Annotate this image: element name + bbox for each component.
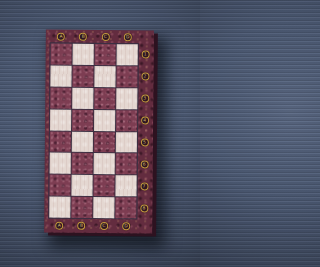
file-top-medallion-c: C bbox=[101, 33, 109, 41]
file-bottom-cell-c: C bbox=[93, 220, 115, 232]
rank-cell-5: 5 bbox=[138, 131, 151, 153]
file-labels-bottom: ABCD bbox=[48, 220, 137, 233]
rank-cell-2: 2 bbox=[138, 65, 151, 87]
square-b3 bbox=[72, 88, 93, 109]
square-d4 bbox=[116, 110, 137, 131]
rank-cell-7: 7 bbox=[137, 175, 150, 197]
file-top-cell-d: D bbox=[117, 31, 139, 43]
file-labels-top: ABCD bbox=[50, 31, 139, 44]
square-b2 bbox=[72, 66, 93, 87]
file-top-medallion-d: D bbox=[124, 33, 132, 41]
square-a1 bbox=[51, 44, 72, 65]
rank-medallion-6: 6 bbox=[140, 160, 148, 168]
rank-cell-4: 4 bbox=[138, 109, 151, 131]
file-top-cell-a: A bbox=[50, 31, 72, 43]
rank-medallion-2: 2 bbox=[141, 72, 149, 80]
rank-medallion-4: 4 bbox=[141, 116, 149, 124]
square-c7 bbox=[93, 175, 114, 196]
square-b4 bbox=[72, 109, 93, 130]
square-d3 bbox=[116, 88, 137, 109]
square-a7 bbox=[49, 175, 70, 196]
square-d1 bbox=[117, 44, 138, 65]
square-a5 bbox=[50, 131, 71, 152]
square-a8 bbox=[49, 197, 70, 218]
square-c2 bbox=[94, 66, 115, 87]
file-top-medallion-a: A bbox=[57, 33, 65, 41]
square-a3 bbox=[50, 87, 71, 108]
square-b6 bbox=[72, 153, 93, 174]
file-bottom-cell-a: A bbox=[48, 220, 70, 232]
square-c4 bbox=[94, 110, 115, 131]
square-a6 bbox=[50, 153, 71, 174]
square-d7 bbox=[115, 175, 136, 196]
square-c6 bbox=[94, 153, 115, 174]
board-grid bbox=[48, 43, 139, 220]
file-bottom-cell-d: D bbox=[115, 220, 137, 232]
square-c1 bbox=[95, 44, 116, 65]
square-a2 bbox=[50, 65, 71, 86]
file-bottom-cell-b: B bbox=[70, 220, 92, 232]
rank-cell-3: 3 bbox=[138, 87, 151, 109]
square-b1 bbox=[73, 44, 94, 65]
file-bottom-medallion-d: D bbox=[122, 222, 130, 230]
square-b7 bbox=[71, 175, 92, 196]
rank-cell-6: 6 bbox=[138, 153, 151, 175]
square-b5 bbox=[72, 131, 93, 152]
rank-medallion-8: 8 bbox=[140, 204, 148, 212]
rank-cell-1: 1 bbox=[139, 43, 152, 65]
square-b8 bbox=[71, 197, 92, 218]
square-d2 bbox=[116, 66, 137, 87]
chess-box: ABCD 12345678 ABCD bbox=[44, 30, 154, 234]
file-top-medallion-b: B bbox=[79, 33, 87, 41]
rank-medallion-7: 7 bbox=[140, 182, 148, 190]
file-top-cell-b: B bbox=[72, 31, 94, 43]
file-bottom-medallion-c: C bbox=[100, 222, 108, 230]
square-d5 bbox=[116, 132, 137, 153]
square-c5 bbox=[94, 131, 115, 152]
rank-medallion-3: 3 bbox=[141, 94, 149, 102]
file-top-cell-c: C bbox=[94, 31, 116, 43]
rank-cell-8: 8 bbox=[137, 197, 150, 219]
rank-medallion-1: 1 bbox=[141, 50, 149, 58]
square-d8 bbox=[115, 197, 136, 218]
photo-backdrop: { "game": "chess", "scene_title": "Close… bbox=[0, 0, 200, 267]
square-a4 bbox=[50, 109, 71, 130]
file-bottom-medallion-a: A bbox=[55, 222, 63, 230]
square-c3 bbox=[94, 88, 115, 109]
rank-medallion-5: 5 bbox=[140, 138, 148, 146]
square-c8 bbox=[93, 197, 114, 218]
file-bottom-medallion-b: B bbox=[78, 222, 86, 230]
rank-labels-right: 12345678 bbox=[137, 43, 152, 219]
square-d6 bbox=[116, 154, 137, 175]
